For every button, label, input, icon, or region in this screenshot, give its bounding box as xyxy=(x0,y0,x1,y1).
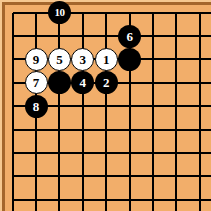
grid-line-horizontal xyxy=(13,152,25,154)
board-intersection[interactable] xyxy=(118,118,141,141)
grid-line-vertical xyxy=(152,164,154,188)
board-intersection[interactable] xyxy=(165,165,188,188)
grid-line-vertical xyxy=(35,13,37,25)
board-intersection[interactable] xyxy=(141,48,164,71)
board-intersection[interactable] xyxy=(118,1,141,24)
board-intersection[interactable] xyxy=(141,118,164,141)
grid-line-vertical xyxy=(199,141,201,165)
grid-line-vertical xyxy=(82,118,84,142)
board-intersection[interactable] xyxy=(48,118,71,141)
board-intersection[interactable]: 8 xyxy=(24,95,47,118)
board-intersection[interactable] xyxy=(1,141,24,164)
grid-line-vertical xyxy=(129,118,131,142)
board-intersection[interactable]: 2 xyxy=(95,71,118,94)
board-intersection[interactable] xyxy=(1,95,24,118)
board-intersection[interactable]: 5 xyxy=(48,48,71,71)
stone-black-4: 4 xyxy=(71,71,94,94)
board-intersection[interactable] xyxy=(118,48,141,71)
stone-number: 8 xyxy=(33,100,40,113)
board-grid: 10695317428 xyxy=(1,1,211,211)
grid-line-vertical xyxy=(152,24,154,48)
board-intersection[interactable] xyxy=(48,165,71,188)
grid-line-vertical xyxy=(175,24,177,48)
grid-line-vertical xyxy=(82,188,84,211)
grid-line-vertical xyxy=(152,188,154,211)
grid-line-vertical xyxy=(58,94,60,118)
grid-line-horizontal xyxy=(13,82,25,84)
grid-line-vertical xyxy=(82,141,84,165)
board-intersection[interactable] xyxy=(118,71,141,94)
stone-black xyxy=(48,71,71,94)
stone-white-7: 7 xyxy=(25,71,48,94)
board-intersection[interactable] xyxy=(24,188,47,211)
board-intersection[interactable] xyxy=(141,165,164,188)
grid-line-vertical xyxy=(105,13,107,25)
grid-line-horizontal xyxy=(13,105,25,107)
board-intersection[interactable] xyxy=(95,24,118,47)
board-intersection[interactable] xyxy=(48,24,71,47)
board-intersection[interactable] xyxy=(95,118,118,141)
board-intersection[interactable] xyxy=(1,71,24,94)
stone-number: 7 xyxy=(33,76,40,89)
grid-line-vertical xyxy=(175,94,177,118)
board-intersection[interactable] xyxy=(1,48,24,71)
board-intersection[interactable] xyxy=(24,24,47,47)
grid-line-vertical xyxy=(129,71,131,95)
grid-line-horizontal xyxy=(13,175,25,177)
board-intersection[interactable] xyxy=(188,48,211,71)
board-intersection[interactable] xyxy=(118,95,141,118)
grid-line-vertical xyxy=(105,118,107,142)
grid-line-vertical xyxy=(152,13,154,25)
board-intersection[interactable] xyxy=(1,118,24,141)
board-intersection[interactable] xyxy=(188,141,211,164)
grid-line-vertical xyxy=(199,94,201,118)
grid-line-vertical xyxy=(105,141,107,165)
board-intersection[interactable] xyxy=(141,141,164,164)
board-intersection[interactable] xyxy=(48,95,71,118)
grid-line-vertical xyxy=(58,118,60,142)
grid-line-vertical xyxy=(175,13,177,25)
grid-line-horizontal xyxy=(13,199,25,201)
board-intersection[interactable] xyxy=(95,188,118,211)
stone-black-6: 6 xyxy=(118,25,141,48)
stone-black-10: 10 xyxy=(48,1,71,24)
stone-black-2: 2 xyxy=(95,71,118,94)
board-intersection[interactable]: 1 xyxy=(95,48,118,71)
grid-line-vertical xyxy=(58,24,60,48)
grid-line-vertical xyxy=(105,164,107,188)
board-intersection[interactable] xyxy=(188,95,211,118)
grid-line-vertical xyxy=(199,71,201,95)
board-intersection[interactable] xyxy=(71,24,94,47)
grid-line-vertical xyxy=(199,47,201,71)
board-intersection[interactable] xyxy=(141,1,164,24)
grid-line-vertical xyxy=(105,24,107,48)
board-intersection[interactable] xyxy=(165,141,188,164)
grid-line-vertical xyxy=(152,94,154,118)
stone-black xyxy=(118,48,141,71)
board-intersection[interactable] xyxy=(141,95,164,118)
board-intersection[interactable] xyxy=(141,71,164,94)
board-intersection[interactable] xyxy=(118,188,141,211)
board-intersection[interactable] xyxy=(188,118,211,141)
board-intersection[interactable] xyxy=(24,141,47,164)
grid-line-vertical xyxy=(199,13,201,25)
board-intersection[interactable] xyxy=(188,71,211,94)
board-intersection[interactable] xyxy=(48,188,71,211)
grid-line-vertical xyxy=(129,94,131,118)
board-intersection[interactable] xyxy=(24,118,47,141)
stone-number: 1 xyxy=(103,53,110,66)
stone-black-8: 8 xyxy=(25,95,48,118)
board-intersection[interactable] xyxy=(141,24,164,47)
grid-line-vertical xyxy=(12,164,14,188)
grid-line-vertical xyxy=(12,24,14,48)
board-intersection[interactable] xyxy=(71,165,94,188)
grid-line-horizontal xyxy=(13,58,25,60)
grid-line-vertical xyxy=(35,118,37,142)
grid-line-vertical xyxy=(175,188,177,211)
board-intersection[interactable] xyxy=(165,95,188,118)
board-intersection[interactable] xyxy=(165,71,188,94)
board-intersection[interactable] xyxy=(118,141,141,164)
grid-line-vertical xyxy=(58,188,60,211)
board-intersection[interactable] xyxy=(1,1,24,24)
board-intersection[interactable]: 4 xyxy=(71,71,94,94)
board-intersection[interactable]: 7 xyxy=(24,71,47,94)
grid-line-vertical xyxy=(129,141,131,165)
stone-number: 2 xyxy=(103,76,110,89)
grid-line-vertical xyxy=(12,188,14,211)
board-intersection[interactable] xyxy=(165,188,188,211)
board-intersection[interactable] xyxy=(1,188,24,211)
grid-line-vertical xyxy=(129,188,131,211)
board-intersection[interactable] xyxy=(24,1,47,24)
board-intersection[interactable]: 9 xyxy=(24,48,47,71)
board-intersection[interactable] xyxy=(118,165,141,188)
grid-line-vertical xyxy=(152,141,154,165)
grid-line-vertical xyxy=(105,94,107,118)
board-intersection[interactable] xyxy=(48,141,71,164)
board-intersection[interactable] xyxy=(165,24,188,47)
board-intersection[interactable] xyxy=(1,24,24,47)
grid-line-vertical xyxy=(175,141,177,165)
stone-number: 10 xyxy=(54,7,64,18)
grid-line-vertical xyxy=(175,47,177,71)
stone-white-5: 5 xyxy=(48,48,71,71)
grid-line-vertical xyxy=(105,188,107,211)
grid-line-vertical xyxy=(199,118,201,142)
board-intersection[interactable]: 6 xyxy=(118,24,141,47)
go-board: 10695317428 xyxy=(0,0,211,211)
stone-white-1: 1 xyxy=(95,48,118,71)
stone-number: 4 xyxy=(80,76,87,89)
grid-line-vertical xyxy=(152,47,154,71)
board-intersection[interactable] xyxy=(141,188,164,211)
grid-line-vertical xyxy=(175,164,177,188)
grid-line-vertical xyxy=(199,188,201,211)
grid-line-vertical xyxy=(175,118,177,142)
grid-line-vertical xyxy=(12,47,14,71)
grid-line-horizontal xyxy=(13,35,25,37)
grid-line-vertical xyxy=(58,164,60,188)
grid-line-vertical xyxy=(35,188,37,211)
stone-white-3: 3 xyxy=(71,48,94,71)
grid-line-vertical xyxy=(152,118,154,142)
grid-line-vertical xyxy=(12,13,14,25)
board-intersection[interactable] xyxy=(71,188,94,211)
grid-line-vertical xyxy=(152,71,154,95)
grid-line-horizontal xyxy=(13,12,25,14)
board-intersection[interactable] xyxy=(1,165,24,188)
board-intersection[interactable] xyxy=(71,1,94,24)
grid-line-vertical xyxy=(129,13,131,25)
grid-line-vertical xyxy=(35,141,37,165)
stone-number: 9 xyxy=(33,53,40,66)
grid-line-vertical xyxy=(12,94,14,118)
board-intersection[interactable] xyxy=(188,1,211,24)
board-intersection[interactable] xyxy=(71,118,94,141)
board-intersection[interactable] xyxy=(48,71,71,94)
grid-line-vertical xyxy=(35,24,37,48)
grid-line-vertical xyxy=(12,141,14,165)
stone-number: 3 xyxy=(80,53,87,66)
grid-line-vertical xyxy=(129,164,131,188)
board-intersection[interactable] xyxy=(71,95,94,118)
grid-line-vertical xyxy=(82,13,84,25)
stone-number: 6 xyxy=(126,30,133,43)
board-intersection[interactable] xyxy=(188,188,211,211)
stone-number: 5 xyxy=(56,53,63,66)
grid-line-horizontal xyxy=(13,129,25,131)
board-intersection[interactable] xyxy=(165,48,188,71)
board-intersection[interactable]: 3 xyxy=(71,48,94,71)
board-intersection[interactable] xyxy=(165,118,188,141)
grid-line-vertical xyxy=(82,164,84,188)
board-intersection[interactable] xyxy=(71,141,94,164)
grid-line-vertical xyxy=(12,118,14,142)
grid-line-vertical xyxy=(82,94,84,118)
board-intersection[interactable] xyxy=(95,95,118,118)
grid-line-vertical xyxy=(82,24,84,48)
grid-line-vertical xyxy=(35,164,37,188)
board-intersection[interactable] xyxy=(95,165,118,188)
grid-line-vertical xyxy=(175,71,177,95)
board-intersection[interactable] xyxy=(95,141,118,164)
stone-white-9: 9 xyxy=(25,48,48,71)
board-intersection[interactable] xyxy=(188,24,211,47)
board-intersection[interactable] xyxy=(24,165,47,188)
grid-line-vertical xyxy=(12,71,14,95)
board-intersection[interactable] xyxy=(165,1,188,24)
board-intersection[interactable] xyxy=(95,1,118,24)
grid-line-vertical xyxy=(199,164,201,188)
grid-line-vertical xyxy=(58,141,60,165)
grid-line-vertical xyxy=(199,24,201,48)
board-intersection[interactable] xyxy=(188,165,211,188)
board-intersection[interactable]: 10 xyxy=(48,1,71,24)
